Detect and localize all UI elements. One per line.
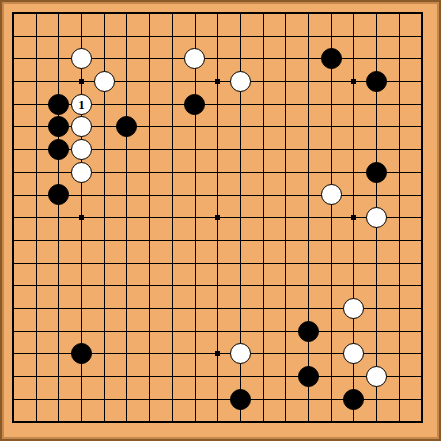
- white-stone: [71, 116, 92, 137]
- white-stone: [71, 139, 92, 160]
- black-stone: [298, 366, 319, 387]
- white-stone: [230, 71, 251, 92]
- white-stone: [71, 162, 92, 183]
- black-stone: [48, 139, 69, 160]
- black-stone: [321, 48, 342, 69]
- star-point: [215, 351, 220, 356]
- black-stone: [116, 116, 137, 137]
- star-point: [351, 215, 356, 220]
- board-grid: 1: [2, 2, 433, 433]
- black-stone: [230, 389, 251, 410]
- star-point: [79, 215, 84, 220]
- go-board: 1: [0, 0, 441, 441]
- black-stone: [366, 162, 387, 183]
- star-point: [351, 79, 356, 84]
- black-stone: [184, 94, 205, 115]
- star-point: [79, 79, 84, 84]
- white-stone: [230, 343, 251, 364]
- move-number-label: 1: [78, 98, 85, 111]
- black-stone: [48, 184, 69, 205]
- white-stone: [71, 48, 92, 69]
- white-stone: 1: [71, 94, 92, 115]
- white-stone: [321, 184, 342, 205]
- black-stone: [343, 389, 364, 410]
- black-stone: [298, 321, 319, 342]
- black-stone: [366, 71, 387, 92]
- white-stone: [366, 207, 387, 228]
- white-stone: [343, 298, 364, 319]
- white-stone: [184, 48, 205, 69]
- star-point: [215, 215, 220, 220]
- white-stone: [343, 343, 364, 364]
- black-stone: [48, 116, 69, 137]
- white-stone: [94, 71, 115, 92]
- white-stone: [366, 366, 387, 387]
- black-stone: [48, 94, 69, 115]
- black-stone: [71, 343, 92, 364]
- star-point: [215, 79, 220, 84]
